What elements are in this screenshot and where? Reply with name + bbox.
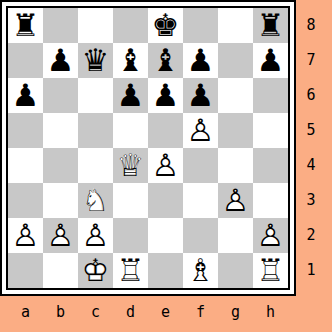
square-c1[interactable]: ♚♔ xyxy=(78,253,113,288)
white-pawn-icon: ♟♙ xyxy=(43,218,78,253)
square-g2[interactable] xyxy=(218,218,253,253)
rank-label-6: 6 xyxy=(296,78,326,113)
square-d1[interactable]: ♜♖ xyxy=(113,253,148,288)
square-d7[interactable]: ♝ xyxy=(113,43,148,78)
rank-label-5: 5 xyxy=(296,113,326,148)
file-labels: abcdefgh xyxy=(8,294,288,330)
square-h4[interactable] xyxy=(253,148,288,183)
rank-label-2: 2 xyxy=(296,218,326,253)
file-label-h: h xyxy=(253,294,288,330)
white-pawn-outline: ♙ xyxy=(148,148,183,183)
black-pawn-icon: ♟ xyxy=(253,43,288,78)
square-a3[interactable] xyxy=(8,183,43,218)
rank-label-7: 7 xyxy=(296,43,326,78)
white-pawn-outline: ♙ xyxy=(78,218,113,253)
square-a4[interactable] xyxy=(8,148,43,183)
square-c5[interactable] xyxy=(78,113,113,148)
black-pawn-icon: ♟ xyxy=(183,43,218,78)
square-e2[interactable] xyxy=(148,218,183,253)
board-inner-frame: ♜♚♜♟♛♝♝♟♟♟♟♟♟♟♙♛♕♟♙♞♘♟♙♟♙♟♙♟♙♟♙♚♔♜♖♝♗♜♖ xyxy=(6,6,290,290)
square-a5[interactable] xyxy=(8,113,43,148)
rank-label-4: 4 xyxy=(296,148,326,183)
white-pawn-outline: ♙ xyxy=(8,218,43,253)
white-pawn-outline: ♙ xyxy=(183,113,218,148)
white-rook-icon: ♜♖ xyxy=(253,253,288,288)
black-queen-icon: ♛ xyxy=(78,43,113,78)
square-b4[interactable] xyxy=(43,148,78,183)
square-f3[interactable] xyxy=(183,183,218,218)
rank-labels: 87654321 xyxy=(296,8,326,288)
white-knight-outline: ♘ xyxy=(78,183,113,218)
black-pawn-icon: ♟ xyxy=(183,78,218,113)
square-h7[interactable]: ♟ xyxy=(253,43,288,78)
black-pawn-icon: ♟ xyxy=(148,78,183,113)
square-e7[interactable]: ♝ xyxy=(148,43,183,78)
black-bishop-icon: ♝ xyxy=(113,43,148,78)
square-a8[interactable]: ♜ xyxy=(8,8,43,43)
square-d8[interactable] xyxy=(113,8,148,43)
square-b8[interactable] xyxy=(43,8,78,43)
square-b2[interactable]: ♟♙ xyxy=(43,218,78,253)
square-f4[interactable] xyxy=(183,148,218,183)
square-a2[interactable]: ♟♙ xyxy=(8,218,43,253)
square-h8[interactable]: ♜ xyxy=(253,8,288,43)
square-d2[interactable] xyxy=(113,218,148,253)
square-c3[interactable]: ♞♘ xyxy=(78,183,113,218)
square-g3[interactable]: ♟♙ xyxy=(218,183,253,218)
white-pawn-icon: ♟♙ xyxy=(8,218,43,253)
white-pawn-icon: ♟♙ xyxy=(218,183,253,218)
square-e8[interactable]: ♚ xyxy=(148,8,183,43)
square-d6[interactable]: ♟ xyxy=(113,78,148,113)
square-g7[interactable] xyxy=(218,43,253,78)
square-d3[interactable] xyxy=(113,183,148,218)
black-rook-icon: ♜ xyxy=(253,8,288,43)
square-b5[interactable] xyxy=(43,113,78,148)
square-b3[interactable] xyxy=(43,183,78,218)
square-b6[interactable] xyxy=(43,78,78,113)
black-king-icon: ♚ xyxy=(148,8,183,43)
black-bishop-icon: ♝ xyxy=(148,43,183,78)
square-a7[interactable] xyxy=(8,43,43,78)
square-c2[interactable]: ♟♙ xyxy=(78,218,113,253)
white-king-outline: ♔ xyxy=(78,253,113,288)
black-rook-icon: ♜ xyxy=(8,8,43,43)
file-label-g: g xyxy=(218,294,253,330)
square-g8[interactable] xyxy=(218,8,253,43)
square-f2[interactable] xyxy=(183,218,218,253)
file-label-b: b xyxy=(43,294,78,330)
square-f1[interactable]: ♝♗ xyxy=(183,253,218,288)
chess-board: ♜♚♜♟♛♝♝♟♟♟♟♟♟♟♙♛♕♟♙♞♘♟♙♟♙♟♙♟♙♟♙♚♔♜♖♝♗♜♖ xyxy=(8,8,288,288)
white-rook-outline: ♖ xyxy=(253,253,288,288)
square-e3[interactable] xyxy=(148,183,183,218)
square-c4[interactable] xyxy=(78,148,113,183)
square-h5[interactable] xyxy=(253,113,288,148)
black-pawn-icon: ♟ xyxy=(43,43,78,78)
black-pawn-icon: ♟ xyxy=(8,78,43,113)
black-pawn-icon: ♟ xyxy=(113,78,148,113)
square-h1[interactable]: ♜♖ xyxy=(253,253,288,288)
square-g5[interactable] xyxy=(218,113,253,148)
file-label-a: a xyxy=(8,294,43,330)
square-d5[interactable] xyxy=(113,113,148,148)
white-king-icon: ♚♔ xyxy=(78,253,113,288)
white-pawn-icon: ♟♙ xyxy=(148,148,183,183)
square-h6[interactable] xyxy=(253,78,288,113)
white-rook-icon: ♜♖ xyxy=(113,253,148,288)
square-f5[interactable]: ♟♙ xyxy=(183,113,218,148)
white-queen-icon: ♛♕ xyxy=(113,148,148,183)
square-b7[interactable]: ♟ xyxy=(43,43,78,78)
square-c7[interactable]: ♛ xyxy=(78,43,113,78)
square-e5[interactable] xyxy=(148,113,183,148)
square-e4[interactable]: ♟♙ xyxy=(148,148,183,183)
white-bishop-icon: ♝♗ xyxy=(183,253,218,288)
chess-diagram: ♜♚♜♟♛♝♝♟♟♟♟♟♟♟♙♛♕♟♙♞♘♟♙♟♙♟♙♟♙♟♙♚♔♜♖♝♗♜♖ … xyxy=(0,0,332,332)
file-label-c: c xyxy=(78,294,113,330)
white-pawn-icon: ♟♙ xyxy=(253,218,288,253)
square-g4[interactable] xyxy=(218,148,253,183)
white-bishop-outline: ♗ xyxy=(183,253,218,288)
white-pawn-outline: ♙ xyxy=(253,218,288,253)
square-c6[interactable] xyxy=(78,78,113,113)
file-label-f: f xyxy=(183,294,218,330)
white-pawn-outline: ♙ xyxy=(43,218,78,253)
square-h2[interactable]: ♟♙ xyxy=(253,218,288,253)
square-f8[interactable] xyxy=(183,8,218,43)
white-pawn-icon: ♟♙ xyxy=(183,113,218,148)
board-frame: ♜♚♜♟♛♝♝♟♟♟♟♟♟♟♙♛♕♟♙♞♘♟♙♟♙♟♙♟♙♟♙♚♔♜♖♝♗♜♖ xyxy=(0,0,296,296)
white-rook-outline: ♖ xyxy=(113,253,148,288)
square-b1[interactable] xyxy=(43,253,78,288)
square-a1[interactable] xyxy=(8,253,43,288)
rank-label-3: 3 xyxy=(296,183,326,218)
white-queen-outline: ♕ xyxy=(113,148,148,183)
rank-label-1: 1 xyxy=(296,253,326,288)
square-c8[interactable] xyxy=(78,8,113,43)
square-a6[interactable]: ♟ xyxy=(8,78,43,113)
file-label-e: e xyxy=(148,294,183,330)
square-g6[interactable] xyxy=(218,78,253,113)
square-h3[interactable] xyxy=(253,183,288,218)
rank-label-8: 8 xyxy=(296,8,326,43)
square-e6[interactable]: ♟ xyxy=(148,78,183,113)
square-f7[interactable]: ♟ xyxy=(183,43,218,78)
square-e1[interactable] xyxy=(148,253,183,288)
white-pawn-outline: ♙ xyxy=(218,183,253,218)
square-d4[interactable]: ♛♕ xyxy=(113,148,148,183)
square-f6[interactable]: ♟ xyxy=(183,78,218,113)
white-pawn-icon: ♟♙ xyxy=(78,218,113,253)
file-label-d: d xyxy=(113,294,148,330)
square-g1[interactable] xyxy=(218,253,253,288)
white-knight-icon: ♞♘ xyxy=(78,183,113,218)
